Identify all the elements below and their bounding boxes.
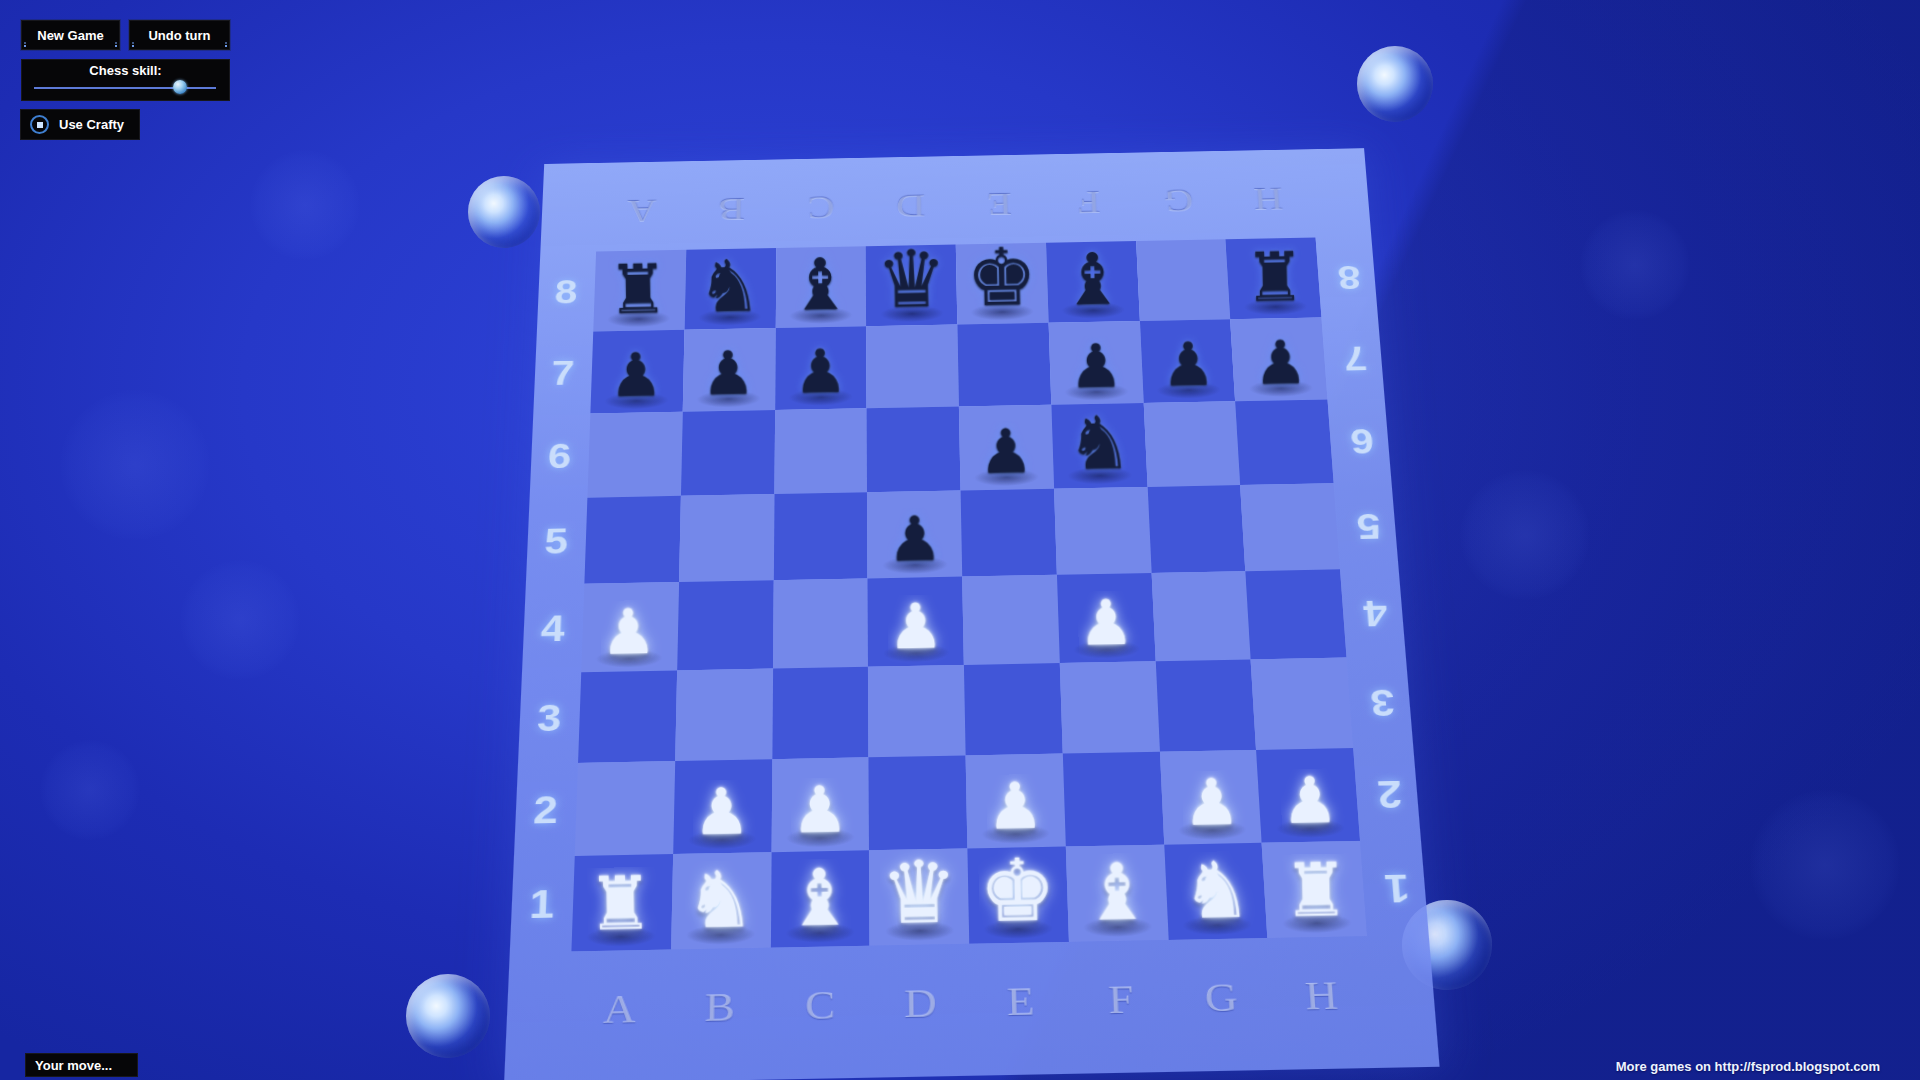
square-d2[interactable] (869, 755, 968, 850)
piece-glyph: ♟ (1069, 336, 1124, 397)
crafty-toggle-icon (30, 115, 49, 134)
square-f3[interactable] (1060, 661, 1160, 753)
piece-glyph: ♟ (1182, 770, 1241, 835)
chess-skill-panel: Chess skill: (21, 59, 230, 101)
rank-label-right-1: 1 (1383, 865, 1411, 910)
undo-turn-label: Undo turn (148, 28, 210, 43)
square-a6[interactable] (587, 412, 682, 498)
piece-glyph: ♟ (609, 344, 664, 405)
square-b6[interactable] (681, 410, 775, 496)
file-label-bottom-b: B (704, 983, 735, 1031)
file-label-top-a: A (627, 192, 657, 230)
file-label-top-b: B (718, 191, 745, 229)
rank-label-right-3: 3 (1369, 681, 1396, 723)
chess-skill-label: Chess skill: (22, 63, 229, 78)
rank-label-right-5: 5 (1355, 505, 1382, 545)
square-c3[interactable] (772, 667, 869, 759)
board-plane: AABBCCDDEEFFGGHH8877665544332211♜♞♝♛♚♝♜♟… (504, 148, 1440, 1080)
file-label-bottom-d: D (904, 979, 937, 1027)
rank-label-left-4: 4 (540, 608, 565, 649)
bokeh-circle (180, 560, 300, 680)
file-label-bottom-h: H (1303, 971, 1339, 1019)
piece-glyph: ♟ (692, 779, 751, 844)
bokeh-circle (1750, 790, 1900, 940)
piece-glyph: ♝ (1081, 853, 1153, 933)
rank-label-left-7: 7 (551, 354, 575, 393)
bokeh-circle (1580, 210, 1690, 320)
piece-glyph: ♜ (1282, 853, 1350, 928)
bokeh-circle (40, 740, 140, 840)
piece-glyph: ♞ (684, 860, 756, 940)
piece-glyph: ♚ (978, 847, 1057, 935)
bokeh-circle (1460, 470, 1590, 600)
file-label-top-f: F (1077, 184, 1101, 222)
piece-glyph: ♜ (1244, 243, 1306, 312)
file-label-bottom-a: A (602, 985, 636, 1033)
rank-label-right-8: 8 (1336, 258, 1362, 296)
piece-glyph: ♟ (1253, 332, 1308, 393)
square-f2[interactable] (1063, 752, 1164, 847)
rank-label-left-2: 2 (533, 788, 559, 832)
square-g6[interactable] (1143, 401, 1240, 487)
square-d7[interactable] (866, 325, 959, 409)
use-crafty-label: Use Crafty (59, 117, 124, 132)
square-h5[interactable] (1240, 483, 1340, 571)
square-a2[interactable] (575, 761, 675, 856)
square-d6[interactable] (867, 406, 961, 492)
piece-glyph: ♟ (1161, 334, 1216, 395)
square-e7[interactable] (957, 323, 1051, 407)
square-c6[interactable] (774, 408, 867, 494)
square-h4[interactable] (1246, 569, 1347, 659)
piece-glyph: ♛ (879, 849, 958, 937)
piece-glyph: ♟ (979, 420, 1035, 482)
piece-glyph: ♟ (886, 507, 942, 570)
piece-glyph: ♞ (697, 249, 763, 322)
glass-bubble (1357, 46, 1433, 122)
piece-glyph: ♜ (587, 867, 655, 942)
rank-label-left-3: 3 (536, 697, 562, 740)
rank-label-left-6: 6 (547, 436, 572, 475)
move-status-text: Your move... (35, 1058, 112, 1073)
rank-label-left-8: 8 (554, 273, 578, 311)
square-h3[interactable] (1251, 658, 1353, 750)
piece-glyph: ♟ (790, 778, 849, 843)
piece-glyph: ♟ (986, 774, 1045, 839)
square-d3[interactable] (868, 665, 965, 757)
square-b3[interactable] (675, 669, 773, 761)
square-c5[interactable] (773, 492, 867, 580)
square-b4[interactable] (677, 580, 773, 670)
file-label-bottom-f: F (1107, 975, 1134, 1023)
piece-glyph: ♟ (600, 600, 657, 663)
square-f5[interactable] (1054, 487, 1151, 575)
square-a5[interactable] (584, 496, 680, 584)
piece-glyph: ♚ (966, 237, 1038, 317)
file-label-top-d: D (896, 187, 926, 225)
piece-glyph: ♟ (887, 594, 944, 657)
file-label-top-h: H (1252, 180, 1284, 218)
glass-bubble (406, 974, 490, 1058)
piece-glyph: ♟ (701, 343, 756, 404)
piece-glyph: ♞ (1066, 406, 1133, 481)
square-g5[interactable] (1147, 485, 1245, 573)
new-game-label: New Game (37, 28, 103, 43)
file-label-bottom-e: E (1006, 977, 1035, 1025)
square-g3[interactable] (1155, 659, 1256, 751)
bokeh-circle (250, 150, 360, 260)
square-e5[interactable] (961, 489, 1057, 577)
file-label-top-c: C (807, 189, 834, 227)
piece-glyph: ♜ (608, 255, 670, 324)
piece-glyph: ♞ (1181, 851, 1253, 931)
piece-glyph: ♟ (1280, 768, 1339, 833)
square-e3[interactable] (964, 663, 1063, 755)
rank-label-left-5: 5 (544, 521, 569, 561)
square-g4[interactable] (1151, 571, 1251, 661)
piece-glyph: ♝ (1060, 242, 1126, 315)
square-b5[interactable] (679, 494, 774, 582)
bokeh-circle (60, 390, 210, 540)
piece-glyph: ♟ (1078, 591, 1135, 654)
square-g8[interactable] (1136, 239, 1231, 321)
file-label-top-e: E (987, 186, 1013, 224)
new-game-button[interactable]: New Game (21, 20, 120, 50)
undo-turn-button[interactable]: Undo turn (129, 20, 230, 50)
square-a3[interactable] (578, 670, 677, 763)
rank-label-right-2: 2 (1376, 772, 1404, 816)
more-games-link[interactable]: More games on http://fsprod.blogspot.com (1616, 1059, 1880, 1074)
move-status-bar: Your move... (25, 1053, 138, 1077)
use-crafty-button[interactable]: Use Crafty (20, 109, 140, 140)
file-label-bottom-g: G (1203, 973, 1238, 1021)
chess-skill-slider-thumb[interactable] (173, 80, 187, 94)
square-c4[interactable] (773, 578, 869, 668)
square-e4[interactable] (962, 575, 1059, 665)
rank-label-left-1: 1 (529, 882, 556, 927)
piece-glyph: ♛ (875, 239, 947, 319)
chess-skill-slider-track[interactable] (34, 87, 216, 89)
file-label-top-g: G (1163, 182, 1194, 220)
square-h6[interactable] (1235, 399, 1333, 485)
piece-glyph: ♟ (793, 341, 848, 402)
rank-label-right-4: 4 (1362, 592, 1389, 633)
glass-bubble (468, 176, 540, 248)
rank-label-right-7: 7 (1343, 338, 1369, 376)
rank-label-right-6: 6 (1349, 421, 1375, 460)
piece-glyph: ♝ (787, 248, 853, 321)
file-label-bottom-c: C (805, 981, 835, 1029)
piece-glyph: ♝ (784, 858, 856, 938)
chess-board-wrap: AABBCCDDEEFFGGHH8877665544332211♜♞♝♛♚♝♜♟… (544, 148, 1380, 984)
